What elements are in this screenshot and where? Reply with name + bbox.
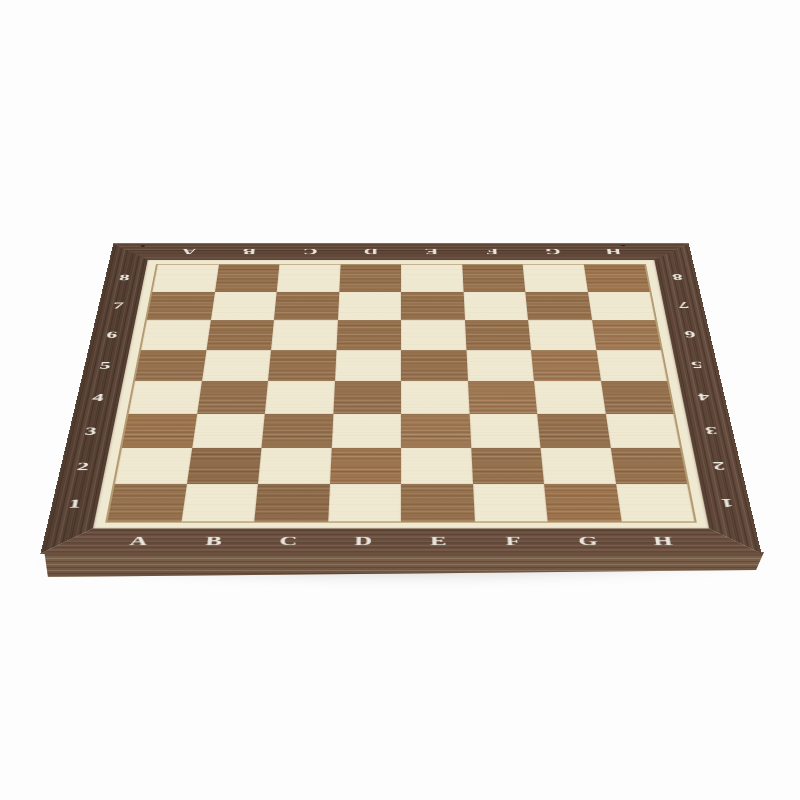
square-d5 (335, 350, 402, 381)
square-b4 (197, 381, 268, 414)
square-b6 (206, 320, 274, 350)
square-h5 (596, 350, 667, 381)
square-f1 (473, 484, 548, 522)
square-h6 (592, 320, 661, 350)
square-d7 (337, 292, 401, 320)
square-h1 (616, 484, 695, 522)
square-c6 (271, 320, 337, 350)
square-c1 (254, 484, 329, 522)
square-c8 (277, 265, 340, 292)
square-a2 (115, 448, 192, 484)
square-g5 (531, 350, 601, 381)
square-d6 (336, 320, 401, 350)
square-b3 (192, 414, 265, 448)
square-h2 (610, 448, 687, 484)
square-b7 (210, 292, 276, 320)
square-e6 (401, 320, 466, 350)
square-e3 (401, 414, 471, 448)
square-e5 (401, 350, 468, 381)
square-e2 (401, 448, 473, 484)
square-e8 (401, 265, 463, 292)
square-c2 (258, 448, 331, 484)
square-g8 (523, 265, 588, 292)
square-e1 (401, 484, 474, 522)
square-a1 (108, 484, 187, 522)
square-f4 (468, 381, 538, 414)
pin-hole-right (621, 245, 626, 247)
square-g2 (541, 448, 616, 484)
board-frame-bottom (40, 528, 761, 553)
square-e7 (401, 292, 465, 320)
square-c7 (274, 292, 339, 320)
square-d8 (339, 265, 401, 292)
square-h3 (605, 414, 680, 448)
board-squares-grid (105, 264, 697, 523)
square-g6 (528, 320, 596, 350)
board-frame-top (109, 243, 692, 260)
square-b2 (186, 448, 261, 484)
square-b1 (181, 484, 258, 522)
chessboard: AABBCCDDEEFFGGHH8877665544332211 (40, 243, 761, 553)
square-a6 (141, 320, 210, 350)
square-a4 (129, 381, 202, 414)
square-f5 (466, 350, 534, 381)
square-c4 (265, 381, 335, 414)
product-photo: AABBCCDDEEFFGGHH8877665544332211 (0, 0, 800, 800)
square-a7 (147, 292, 215, 320)
square-a8 (152, 265, 218, 292)
square-f3 (469, 414, 540, 448)
square-d3 (331, 414, 401, 448)
square-g3 (537, 414, 610, 448)
square-g1 (544, 484, 621, 522)
square-d4 (333, 381, 401, 414)
square-b8 (215, 265, 280, 292)
square-g7 (525, 292, 591, 320)
square-f2 (471, 448, 544, 484)
square-f7 (463, 292, 528, 320)
square-c5 (268, 350, 336, 381)
square-h8 (583, 265, 649, 292)
square-f8 (462, 265, 525, 292)
square-h7 (587, 292, 655, 320)
square-g4 (534, 381, 605, 414)
square-d2 (329, 448, 401, 484)
square-a3 (122, 414, 197, 448)
square-e4 (401, 381, 469, 414)
square-b5 (202, 350, 272, 381)
square-c3 (261, 414, 332, 448)
square-d1 (328, 484, 401, 522)
square-a5 (135, 350, 206, 381)
square-f6 (465, 320, 531, 350)
square-h4 (601, 381, 674, 414)
